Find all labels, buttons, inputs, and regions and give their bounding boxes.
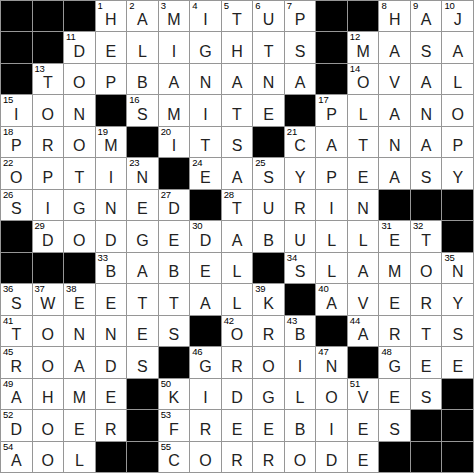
cell-r5c3[interactable]: O [64,127,95,157]
cell-letter: O [316,390,347,406]
cell-letter: R [222,453,253,469]
cell-letter: N [411,107,442,123]
cell-r10c8[interactable]: L [222,284,253,314]
cell-letter: P [1,138,32,154]
cell-r1c6[interactable]: 3M [159,1,190,31]
cell-r4c7[interactable]: I [190,95,221,125]
cell-r3c14[interactable]: A [411,64,442,94]
cell-r9c4[interactable]: 33B [96,253,127,283]
cell-r5c11[interactable]: A [316,127,347,157]
cell-r3c12[interactable]: 14O [348,64,379,94]
cell-r13c7[interactable]: I [190,379,221,409]
cell-r3c5[interactable]: B [127,64,158,94]
cell-r8c12[interactable]: L [348,221,379,251]
black-cell-r2c2 [33,32,64,62]
cell-letter: G [190,359,221,375]
cell-r8c4[interactable]: D [96,221,127,251]
cell-letter: W [33,296,64,312]
cell-letter: T [253,44,284,60]
cell-letter: P [316,170,347,186]
cell-letter: A [411,12,442,28]
clue-number: 14 [350,64,360,75]
cell-r6c11[interactable]: P [316,158,347,188]
cell-letter: A [222,75,253,91]
black-cell-r9c9 [253,253,284,283]
cell-r11c12[interactable]: 44A [348,316,379,346]
cell-r11c8[interactable]: 42O [222,316,253,346]
cell-r12c13[interactable]: 48G [379,347,410,377]
cell-r10c9[interactable]: 39K [253,284,284,314]
cell-letter: E [253,107,284,123]
cell-r9c15[interactable]: 35N [442,253,473,283]
clue-number: 19 [98,127,108,138]
clue-number: 10 [444,1,454,12]
cell-letter: D [96,359,127,375]
cell-r1c5[interactable]: 2A [127,1,158,31]
cell-letter: T [127,296,158,312]
cell-r12c8[interactable]: R [222,347,253,377]
cell-r14c13[interactable]: S [379,410,410,440]
cell-r8c2[interactable]: 29D [33,221,64,251]
cell-r13c1[interactable]: 49A [1,379,32,409]
cell-r6c2[interactable]: P [33,158,64,188]
cell-letter: T [1,327,32,343]
cell-r2c15[interactable]: A [442,32,473,62]
clue-number: 41 [3,316,13,327]
cell-r4c1[interactable]: 15I [1,95,32,125]
cell-r5c10[interactable]: 21C [285,127,316,157]
cell-letter: A [442,44,473,60]
cell-letter: E [442,359,473,375]
cell-r6c7[interactable]: 24E [190,158,221,188]
black-cell-r9c3 [64,253,95,283]
cell-r12c5[interactable]: S [127,347,158,377]
cell-letter: R [411,296,442,312]
cell-letter: O [33,327,64,343]
cell-letter: I [316,422,347,438]
cell-r1c4[interactable]: 1H [96,1,127,31]
cell-letter: E [222,422,253,438]
cell-letter: A [1,453,32,469]
cell-r14c11[interactable]: I [316,410,347,440]
cell-r14c6[interactable]: 53F [159,410,190,440]
cell-r7c12[interactable]: N [348,190,379,220]
cell-r7c2[interactable]: I [33,190,64,220]
black-cell-r15c15 [442,442,473,472]
cell-letter: D [222,390,253,406]
clue-number: 25 [255,158,265,169]
cell-r2c8[interactable]: H [222,32,253,62]
cell-r6c9[interactable]: 25S [253,158,284,188]
cell-letter: U [285,233,316,249]
cell-letter: R [33,138,64,154]
cell-r9c8[interactable]: L [222,253,253,283]
cell-r13c8[interactable]: D [222,379,253,409]
cell-r13c4[interactable]: E [96,379,127,409]
cell-r3c13[interactable]: V [379,64,410,94]
cell-r2c14[interactable]: S [411,32,442,62]
cell-r11c2[interactable]: O [33,316,64,346]
cell-r3c6[interactable]: A [159,64,190,94]
cell-r15c11[interactable]: D [316,442,347,472]
cell-r8c3[interactable]: O [64,221,95,251]
cell-r12c15[interactable]: E [442,347,473,377]
cell-r15c1[interactable]: 54A [1,442,32,472]
cell-r10c2[interactable]: 37W [33,284,64,314]
cell-r10c6[interactable]: T [159,284,190,314]
cell-r4c9[interactable]: E [253,95,284,125]
cell-r6c8[interactable]: A [222,158,253,188]
cell-r2c5[interactable]: L [127,32,158,62]
cell-r15c2[interactable]: O [33,442,64,472]
cell-letter: S [159,327,190,343]
cell-letter: E [127,201,158,217]
cell-r1c9[interactable]: 6U [253,1,284,31]
cell-r7c5[interactable]: E [127,190,158,220]
cell-r13c9[interactable]: G [253,379,284,409]
cell-r10c4[interactable]: E [96,284,127,314]
cell-r3c9[interactable]: N [253,64,284,94]
cell-r10c5[interactable]: T [127,284,158,314]
clue-number: 18 [3,127,13,138]
cell-r6c1[interactable]: 22O [1,158,32,188]
cell-letter: T [222,107,253,123]
cell-r14c12[interactable]: E [348,410,379,440]
cell-r10c11[interactable]: 40A [316,284,347,314]
cell-letter: M [96,138,127,154]
cell-letter: R [96,422,127,438]
cell-r13c14[interactable]: S [411,379,442,409]
cell-letter: G [379,359,410,375]
cell-r8c9[interactable]: B [253,221,284,251]
cell-letter: T [222,12,253,28]
cell-r8c6[interactable]: E [159,221,190,251]
cell-letter: O [190,453,221,469]
clue-number: 37 [35,284,45,295]
cell-r9c14[interactable]: O [411,253,442,283]
cell-r11c4[interactable]: N [96,316,127,346]
cell-letter: E [159,233,190,249]
clue-number: 3 [161,1,166,12]
cell-r14c10[interactable]: B [285,410,316,440]
cell-r5c2[interactable]: R [33,127,64,157]
cell-r8c10[interactable]: U [285,221,316,251]
cell-r15c3[interactable]: L [64,442,95,472]
cell-r10c14[interactable]: R [411,284,442,314]
cell-r7c11[interactable]: I [316,190,347,220]
cell-r11c15[interactable]: S [442,316,473,346]
cell-r13c11[interactable]: O [316,379,347,409]
cell-r13c3[interactable]: M [64,379,95,409]
cell-r2c9[interactable]: T [253,32,284,62]
cell-letter: E [190,264,221,280]
cell-r5c12[interactable]: T [348,127,379,157]
cell-letter: B [127,75,158,91]
cell-r14c2[interactable]: O [33,410,64,440]
cell-r8c11[interactable]: L [316,221,347,251]
cell-r7c3[interactable]: G [64,190,95,220]
cell-r7c8[interactable]: 28T [222,190,253,220]
cell-r9c11[interactable]: L [316,253,347,283]
cell-letter: I [159,44,190,60]
cell-letter: P [285,12,316,28]
cell-letter: E [379,296,410,312]
cell-letter: O [253,359,284,375]
cell-r8c7[interactable]: 30D [190,221,221,251]
cell-r11c1[interactable]: 41T [1,316,32,346]
clue-number: 6 [255,1,260,12]
cell-letter: A [379,170,410,186]
black-cell-r14c15 [442,410,473,440]
cell-r12c9[interactable]: O [253,347,284,377]
cell-letter: A [127,264,158,280]
cell-r4c15[interactable]: O [442,95,473,125]
cell-letter: Y [285,170,316,186]
cell-letter: A [64,359,95,375]
cell-letter: C [159,453,190,469]
cell-r9c13[interactable]: M [379,253,410,283]
cell-r2c3[interactable]: 11D [64,32,95,62]
cell-r10c15[interactable]: Y [442,284,473,314]
cell-r15c10[interactable]: O [285,442,316,472]
cell-r15c8[interactable]: R [222,442,253,472]
cell-r4c12[interactable]: L [348,95,379,125]
cell-r11c10[interactable]: 43B [285,316,316,346]
cell-r12c11[interactable]: 47N [316,347,347,377]
cell-r2c10[interactable]: S [285,32,316,62]
black-cell-r14c5 [127,410,158,440]
cell-letter: G [253,390,284,406]
cell-r2c13[interactable]: A [379,32,410,62]
clue-number: 23 [129,158,139,169]
black-cell-r9c1 [1,253,32,283]
cell-letter: E [348,453,379,469]
crossword-grid: 1H2A3M4I5T6U7P8H9A10J11DELIGHTS12MASA13T… [0,0,474,473]
cell-r5c4[interactable]: 19M [96,127,127,157]
cell-r3c10[interactable]: A [285,64,316,94]
cell-letter: J [442,12,473,28]
cell-r2c7[interactable]: G [190,32,221,62]
cell-r11c6[interactable]: S [159,316,190,346]
clue-number: 47 [318,347,328,358]
black-cell-r10c10 [285,284,316,314]
cell-letter: L [316,264,347,280]
cell-r3c3[interactable]: O [64,64,95,94]
cell-r12c14[interactable]: E [411,347,442,377]
cell-r12c2[interactable]: O [33,347,64,377]
cell-letter: N [348,201,379,217]
cell-r6c4[interactable]: I [96,158,127,188]
cell-r12c3[interactable]: A [64,347,95,377]
cell-r4c5[interactable]: 16S [127,95,158,125]
cell-r15c9[interactable]: R [253,442,284,472]
cell-r11c5[interactable]: E [127,316,158,346]
cell-r10c13[interactable]: E [379,284,410,314]
cell-r5c8[interactable]: S [222,127,253,157]
cell-r3c7[interactable]: N [190,64,221,94]
cell-letter: S [285,264,316,280]
black-cell-r9c2 [33,253,64,283]
cell-r3c8[interactable]: A [222,64,253,94]
cell-r13c10[interactable]: L [285,379,316,409]
cell-r1c10[interactable]: 7P [285,1,316,31]
cell-r12c10[interactable]: I [285,347,316,377]
cell-r14c1[interactable]: 52D [1,410,32,440]
cell-r12c4[interactable]: D [96,347,127,377]
cell-r10c3[interactable]: 38E [64,284,95,314]
cell-r1c7[interactable]: 4I [190,1,221,31]
cell-r9c12[interactable]: A [348,253,379,283]
cell-letter: M [159,12,190,28]
cell-r7c4[interactable]: N [96,190,127,220]
cell-r8c13[interactable]: 31E [379,221,410,251]
cell-r4c8[interactable]: T [222,95,253,125]
clue-number: 30 [192,221,202,232]
cell-r3c2[interactable]: 13T [33,64,64,94]
cell-r10c1[interactable]: 36S [1,284,32,314]
cell-letter: P [316,107,347,123]
cell-letter: L [316,233,347,249]
cell-r13c13[interactable]: E [379,379,410,409]
cell-r4c11[interactable]: 17P [316,95,347,125]
cell-r9c10[interactable]: 34S [285,253,316,283]
cell-r5c7[interactable]: T [190,127,221,157]
cell-r4c13[interactable]: A [379,95,410,125]
cell-r13c6[interactable]: 50K [159,379,190,409]
cell-r6c12[interactable]: E [348,158,379,188]
cell-r4c6[interactable]: M [159,95,190,125]
cell-r3c4[interactable]: P [96,64,127,94]
cell-r5c13[interactable]: N [379,127,410,157]
cell-r6c10[interactable]: Y [285,158,316,188]
cell-r3c15[interactable]: L [442,64,473,94]
cell-r6c14[interactable]: S [411,158,442,188]
cell-r9c5[interactable]: A [127,253,158,283]
cell-letter: V [348,390,379,406]
cell-letter: D [159,201,190,217]
cell-letter: N [379,138,410,154]
cell-letter: H [379,12,410,28]
cell-r4c14[interactable]: N [411,95,442,125]
cell-letter: S [411,44,442,60]
cell-letter: T [222,201,253,217]
cell-r10c7[interactable]: A [190,284,221,314]
clue-number: 9 [413,1,418,12]
cell-r11c3[interactable]: N [64,316,95,346]
cell-letter: A [316,296,347,312]
clue-number: 48 [381,347,391,358]
cell-r11c13[interactable]: R [379,316,410,346]
cell-r5c14[interactable]: A [411,127,442,157]
cell-r14c7[interactable]: R [190,410,221,440]
clue-number: 12 [350,32,360,43]
clue-number: 35 [444,253,454,264]
cell-r6c15[interactable]: Y [442,158,473,188]
cell-r1c14[interactable]: 9A [411,1,442,31]
cell-letter: B [285,327,316,343]
black-cell-r7c15 [442,190,473,220]
cell-r11c14[interactable]: T [411,316,442,346]
black-cell-r7c7 [190,190,221,220]
cell-letter: G [190,44,221,60]
cell-r15c6[interactable]: 55C [159,442,190,472]
black-cell-r7c14 [411,190,442,220]
cell-r9c7[interactable]: E [190,253,221,283]
black-cell-r2c1 [1,32,32,62]
cell-r2c12[interactable]: 12M [348,32,379,62]
cell-r13c2[interactable]: H [33,379,64,409]
cell-r5c6[interactable]: 20I [159,127,190,157]
cell-r7c10[interactable]: R [285,190,316,220]
cell-letter: O [442,107,473,123]
cell-letter: I [316,201,347,217]
cell-r8c8[interactable]: A [222,221,253,251]
cell-r14c9[interactable]: E [253,410,284,440]
clue-number: 54 [3,442,13,453]
cell-r10c12[interactable]: V [348,284,379,314]
clue-number: 7 [287,1,292,12]
cell-letter: A [411,75,442,91]
clue-number: 24 [192,158,202,169]
cell-r14c4[interactable]: R [96,410,127,440]
cell-r8c14[interactable]: 32T [411,221,442,251]
cell-r6c3[interactable]: T [64,158,95,188]
cell-letter: S [127,359,158,375]
cell-r14c3[interactable]: E [64,410,95,440]
cell-r2c4[interactable]: E [96,32,127,62]
cell-r14c8[interactable]: E [222,410,253,440]
cell-r12c1[interactable]: 45R [1,347,32,377]
black-cell-r15c14 [411,442,442,472]
cell-r1c15[interactable]: 10J [442,1,473,31]
cell-r7c9[interactable]: U [253,190,284,220]
cell-letter: H [96,12,127,28]
black-cell-r4c4 [96,95,127,125]
cell-r6c13[interactable]: A [379,158,410,188]
cell-letter: D [190,233,221,249]
cell-r9c6[interactable]: B [159,253,190,283]
cell-r15c12[interactable]: E [348,442,379,472]
cell-r7c1[interactable]: 26S [1,190,32,220]
black-cell-r15c5 [127,442,158,472]
black-cell-r2c11 [316,32,347,62]
cell-r8c5[interactable]: G [127,221,158,251]
cell-r13c12[interactable]: 51V [348,379,379,409]
cell-letter: O [64,138,95,154]
cell-r5c1[interactable]: 18P [1,127,32,157]
cell-r4c2[interactable]: O [33,95,64,125]
cell-r11c9[interactable]: R [253,316,284,346]
cell-r2c6[interactable]: I [159,32,190,62]
cell-letter: S [379,422,410,438]
cell-r15c7[interactable]: O [190,442,221,472]
cell-r4c3[interactable]: N [64,95,95,125]
cell-r1c8[interactable]: 5T [222,1,253,31]
cell-letter: B [285,422,316,438]
clue-number: 51 [350,379,360,390]
black-cell-r13c5 [127,379,158,409]
black-cell-r12c12 [348,347,379,377]
cell-r1c13[interactable]: 8H [379,1,410,31]
cell-letter: O [222,327,253,343]
cell-r5c15[interactable]: P [442,127,473,157]
cell-r7c6[interactable]: 27D [159,190,190,220]
cell-letter: M [379,264,410,280]
clue-number: 49 [3,379,13,390]
cell-r6c5[interactable]: 23N [127,158,158,188]
cell-r12c7[interactable]: 46G [190,347,221,377]
cell-letter: E [348,422,379,438]
